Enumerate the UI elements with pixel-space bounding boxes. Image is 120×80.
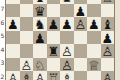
black-rook-d4: ♜ xyxy=(47,45,59,59)
square-b6[interactable] xyxy=(20,17,34,31)
square-g7[interactable] xyxy=(87,4,101,18)
square-f5[interactable] xyxy=(74,31,88,45)
white-pawn-h2: ♙ xyxy=(101,72,113,80)
square-a7[interactable] xyxy=(6,4,20,18)
square-h8[interactable]: ♜ xyxy=(101,0,115,4)
rank-label-5: 5 xyxy=(0,33,5,39)
white-pawn-b3: ♙ xyxy=(20,58,32,72)
square-e5[interactable] xyxy=(60,31,74,45)
white-pawn-f6: ♙ xyxy=(74,18,86,32)
square-f3[interactable] xyxy=(74,58,88,72)
square-c2[interactable]: ♙ xyxy=(33,71,47,80)
square-h6[interactable]: ♝ xyxy=(101,17,115,31)
square-f4[interactable] xyxy=(74,44,88,58)
square-g3[interactable]: ♕ xyxy=(87,58,101,72)
black-pawn-e6: ♟ xyxy=(61,18,73,32)
square-g5[interactable] xyxy=(87,31,101,45)
black-pawn-a6: ♟ xyxy=(7,18,19,32)
square-h2[interactable]: ♙ xyxy=(101,71,115,80)
square-h4[interactable]: ♙ xyxy=(101,44,115,58)
square-b3[interactable]: ♙ xyxy=(20,58,34,72)
square-b2[interactable]: ♗ xyxy=(20,71,34,80)
black-king-e8: ♚ xyxy=(61,0,73,4)
rank-label-7: 7 xyxy=(0,6,5,12)
square-c4[interactable] xyxy=(33,44,47,58)
square-a4[interactable] xyxy=(6,44,20,58)
square-e2[interactable]: ♗ xyxy=(60,71,74,80)
black-pawn-d6: ♟ xyxy=(47,18,59,32)
square-g2[interactable] xyxy=(87,71,101,80)
square-c5[interactable]: ♟ xyxy=(33,31,47,45)
square-d2[interactable]: ♖ xyxy=(47,71,61,80)
white-pawn-a2: ♙ xyxy=(7,72,19,80)
white-bishop-b2: ♗ xyxy=(20,72,32,80)
square-b4[interactable] xyxy=(20,44,34,58)
square-c6[interactable]: ♞ xyxy=(33,17,47,31)
square-a6[interactable]: ♟ xyxy=(6,17,20,31)
black-pawn-h5: ♟ xyxy=(101,31,113,45)
rank-label-2: 2 xyxy=(0,74,5,80)
square-f6[interactable]: ♙ xyxy=(74,17,88,31)
square-b7[interactable] xyxy=(20,4,34,18)
square-d6[interactable]: ♟ xyxy=(47,17,61,31)
square-b5[interactable] xyxy=(20,31,34,45)
chess-diagram-viewport: ♝♚♜♛♟♟♞♟♟♙♟♝♟♟♜♙♙♙♘♙♕♙♗♙♖♗♙ 234567 xyxy=(0,0,120,80)
white-pawn-e4: ♙ xyxy=(61,45,73,59)
white-pawn-h4: ♙ xyxy=(101,45,113,59)
white-rook-d2: ♖ xyxy=(47,72,59,80)
square-c7[interactable]: ♛ xyxy=(33,4,47,18)
black-knight-c6: ♞ xyxy=(34,18,46,32)
square-e7[interactable] xyxy=(60,4,74,18)
black-queen-c7: ♛ xyxy=(34,4,46,18)
square-d7[interactable] xyxy=(47,4,61,18)
rank-label-6: 6 xyxy=(0,20,5,26)
white-pawn-c2: ♙ xyxy=(34,72,46,80)
rank-label-4: 4 xyxy=(0,47,5,53)
square-c3[interactable]: ♘ xyxy=(33,58,47,72)
black-pawn-f7: ♟ xyxy=(74,4,86,18)
square-e4[interactable]: ♙ xyxy=(60,44,74,58)
square-g6[interactable]: ♟ xyxy=(87,17,101,31)
white-knight-c3: ♘ xyxy=(34,58,46,72)
chess-board: ♝♚♜♛♟♟♞♟♟♙♟♝♟♟♜♙♙♙♘♙♕♙♗♙♖♗♙ xyxy=(5,0,115,80)
square-f7[interactable]: ♟ xyxy=(74,4,88,18)
square-d5[interactable] xyxy=(47,31,61,45)
square-h5[interactable]: ♟ xyxy=(101,31,115,45)
black-rook-h8: ♜ xyxy=(101,0,113,4)
white-pawn-e3: ♙ xyxy=(61,58,73,72)
square-a5[interactable] xyxy=(6,31,20,45)
rank-label-3: 3 xyxy=(0,60,5,66)
white-bishop-e2: ♗ xyxy=(61,72,73,80)
black-bishop-h6: ♝ xyxy=(101,18,113,32)
square-d3[interactable] xyxy=(47,58,61,72)
black-pawn-g6: ♟ xyxy=(88,18,100,32)
square-d4[interactable]: ♜ xyxy=(47,44,61,58)
square-e8[interactable]: ♚ xyxy=(60,0,74,4)
square-a3[interactable] xyxy=(6,58,20,72)
square-h7[interactable] xyxy=(101,4,115,18)
square-h3[interactable] xyxy=(101,58,115,72)
square-a2[interactable]: ♙ xyxy=(6,71,20,80)
square-e3[interactable]: ♙ xyxy=(60,58,74,72)
black-pawn-c5: ♟ xyxy=(34,31,46,45)
rank-label-gutter: 234567 xyxy=(0,0,5,80)
white-queen-g3: ♕ xyxy=(88,58,100,72)
square-e6[interactable]: ♟ xyxy=(60,17,74,31)
square-g4[interactable] xyxy=(87,44,101,58)
square-f2[interactable] xyxy=(74,71,88,80)
